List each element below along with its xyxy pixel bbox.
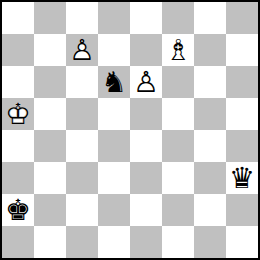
square-d1[interactable]	[98, 226, 130, 258]
square-c8[interactable]	[66, 2, 98, 34]
square-h4[interactable]	[226, 130, 258, 162]
square-b4[interactable]	[34, 130, 66, 162]
square-g2[interactable]	[194, 194, 226, 226]
square-b5[interactable]	[34, 98, 66, 130]
square-h2[interactable]	[226, 194, 258, 226]
square-h1[interactable]	[226, 226, 258, 258]
square-f7[interactable]: ♝♗	[162, 34, 194, 66]
square-g4[interactable]	[194, 130, 226, 162]
square-g6[interactable]	[194, 66, 226, 98]
square-d4[interactable]	[98, 130, 130, 162]
square-c5[interactable]	[66, 98, 98, 130]
square-f4[interactable]	[162, 130, 194, 162]
square-a5[interactable]: ♚♔	[2, 98, 34, 130]
square-f2[interactable]	[162, 194, 194, 226]
chessboard: ♟♙♝♗♞♟♙♚♔♛♚	[0, 0, 260, 260]
square-e1[interactable]	[130, 226, 162, 258]
square-d3[interactable]	[98, 162, 130, 194]
square-d2[interactable]	[98, 194, 130, 226]
square-b7[interactable]	[34, 34, 66, 66]
white-pawn: ♟♙	[69, 34, 95, 66]
square-c1[interactable]	[66, 226, 98, 258]
square-c2[interactable]	[66, 194, 98, 226]
square-e4[interactable]	[130, 130, 162, 162]
square-a7[interactable]	[2, 34, 34, 66]
white-king-outline-glyph: ♔	[5, 98, 31, 130]
square-h5[interactable]	[226, 98, 258, 130]
square-h6[interactable]	[226, 66, 258, 98]
square-a2[interactable]: ♚	[2, 194, 34, 226]
square-g7[interactable]	[194, 34, 226, 66]
black-queen: ♛	[229, 162, 255, 194]
square-c6[interactable]	[66, 66, 98, 98]
square-b1[interactable]	[34, 226, 66, 258]
square-e5[interactable]	[130, 98, 162, 130]
square-h8[interactable]	[226, 2, 258, 34]
square-a8[interactable]	[2, 2, 34, 34]
white-bishop: ♝♗	[165, 34, 191, 66]
square-a1[interactable]	[2, 226, 34, 258]
square-e8[interactable]	[130, 2, 162, 34]
square-f5[interactable]	[162, 98, 194, 130]
square-b3[interactable]	[34, 162, 66, 194]
white-king: ♚♔	[5, 98, 31, 130]
square-e6[interactable]: ♟♙	[130, 66, 162, 98]
square-g5[interactable]	[194, 98, 226, 130]
square-g8[interactable]	[194, 2, 226, 34]
white-pawn-outline-glyph: ♙	[69, 34, 95, 66]
square-e7[interactable]	[130, 34, 162, 66]
black-king: ♚	[5, 194, 31, 226]
square-f1[interactable]	[162, 226, 194, 258]
white-pawn: ♟♙	[133, 66, 159, 98]
square-h7[interactable]	[226, 34, 258, 66]
square-b6[interactable]	[34, 66, 66, 98]
square-a6[interactable]	[2, 66, 34, 98]
square-a4[interactable]	[2, 130, 34, 162]
square-g3[interactable]	[194, 162, 226, 194]
square-g1[interactable]	[194, 226, 226, 258]
square-b2[interactable]	[34, 194, 66, 226]
square-d8[interactable]	[98, 2, 130, 34]
square-d6[interactable]: ♞	[98, 66, 130, 98]
square-f6[interactable]	[162, 66, 194, 98]
square-d7[interactable]	[98, 34, 130, 66]
square-c3[interactable]	[66, 162, 98, 194]
square-f8[interactable]	[162, 2, 194, 34]
square-f3[interactable]	[162, 162, 194, 194]
black-knight: ♞	[101, 66, 127, 98]
square-a3[interactable]	[2, 162, 34, 194]
white-pawn-outline-glyph: ♙	[133, 66, 159, 98]
square-c4[interactable]	[66, 130, 98, 162]
square-e2[interactable]	[130, 194, 162, 226]
white-bishop-outline-glyph: ♗	[165, 34, 191, 66]
square-e3[interactable]	[130, 162, 162, 194]
chess-diagram: ♟♙♝♗♞♟♙♚♔♛♚	[0, 0, 260, 260]
square-c7[interactable]: ♟♙	[66, 34, 98, 66]
square-b8[interactable]	[34, 2, 66, 34]
square-h3[interactable]: ♛	[226, 162, 258, 194]
square-d5[interactable]	[98, 98, 130, 130]
